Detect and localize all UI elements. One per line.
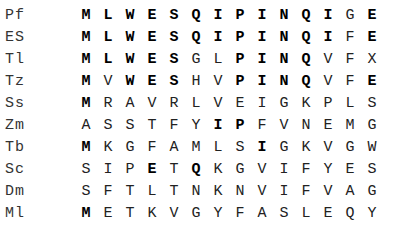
letter-cell: S (163, 48, 185, 70)
letter-cell: G (339, 136, 361, 158)
letter-cell: M (75, 70, 97, 92)
letter-cell: V (251, 180, 273, 202)
letter-cell: W (119, 48, 141, 70)
letter-cell: R (163, 92, 185, 114)
letter-cell: S (97, 114, 119, 136)
letter-cell: Q (339, 202, 361, 224)
letter-cell: F (295, 158, 317, 180)
letter-cell: K (97, 136, 119, 158)
letter-cell: S (163, 4, 185, 26)
letter-cell: K (295, 136, 317, 158)
letter-cell: I (251, 26, 273, 48)
row-label-Tz: Tz (5, 70, 75, 92)
letter-cell: A (119, 92, 141, 114)
letter-cell: W (361, 136, 383, 158)
letter-cell: R (97, 92, 119, 114)
letter-cell: L (207, 136, 229, 158)
letter-cell: T (163, 158, 185, 180)
letter-cell: L (207, 48, 229, 70)
letter-cell: L (97, 4, 119, 26)
letter-cell: I (273, 158, 295, 180)
letter-cell: A (339, 180, 361, 202)
letter-cell: S (163, 26, 185, 48)
letter-cell: E (141, 70, 163, 92)
letter-cell: G (185, 48, 207, 70)
letter-cell: V (97, 70, 119, 92)
letter-cell: N (295, 114, 317, 136)
letter-cell: Q (295, 48, 317, 70)
letter-cell: A (251, 202, 273, 224)
letter-cell: G (273, 92, 295, 114)
letter-cell: S (163, 70, 185, 92)
alignment-grid: PfMLWESQIPINQIGEESMLWESQIPINQIFETlMLWESG… (5, 4, 400, 224)
letter-cell: L (97, 48, 119, 70)
letter-cell: E (361, 26, 383, 48)
letter-cell: I (273, 180, 295, 202)
letter-cell: M (75, 202, 97, 224)
letter-cell: L (295, 202, 317, 224)
letter-cell: W (119, 26, 141, 48)
letter-cell: V (273, 114, 295, 136)
letter-cell: L (185, 92, 207, 114)
letter-cell: X (361, 48, 383, 70)
letter-cell: G (361, 180, 383, 202)
letter-cell: V (317, 136, 339, 158)
letter-cell: N (185, 180, 207, 202)
letter-cell: I (251, 92, 273, 114)
row-label-Zm: Zm (5, 114, 75, 136)
letter-cell: I (251, 48, 273, 70)
sequence-alignment-figure: PfMLWESQIPINQIGEESMLWESQIPINQIFETlMLWESG… (0, 0, 400, 242)
letter-cell: N (273, 48, 295, 70)
letter-cell: L (97, 26, 119, 48)
letter-cell: S (361, 158, 383, 180)
letter-cell: G (361, 114, 383, 136)
letter-cell: M (75, 92, 97, 114)
letter-cell: F (141, 136, 163, 158)
letter-cell: W (119, 70, 141, 92)
letter-cell: M (75, 136, 97, 158)
letter-cell: I (251, 70, 273, 92)
row-label-Ml: Ml (5, 202, 75, 224)
letter-cell: I (251, 4, 273, 26)
letter-cell: M (75, 26, 97, 48)
letter-cell: Y (185, 114, 207, 136)
letter-cell: F (339, 26, 361, 48)
letter-cell: M (75, 4, 97, 26)
row-label-Sc: Sc (5, 158, 75, 180)
letter-cell: Q (295, 70, 317, 92)
letter-cell: I (251, 136, 273, 158)
letter-cell: Y (361, 202, 383, 224)
letter-cell: V (317, 70, 339, 92)
letter-cell: N (229, 180, 251, 202)
letter-cell: E (361, 4, 383, 26)
letter-cell: N (273, 4, 295, 26)
letter-cell: F (251, 114, 273, 136)
letter-cell: P (229, 70, 251, 92)
letter-cell: I (317, 26, 339, 48)
letter-cell: G (339, 4, 361, 26)
letter-cell: W (119, 4, 141, 26)
letter-cell: T (119, 202, 141, 224)
letter-cell: N (273, 70, 295, 92)
row-label-Pf: Pf (5, 4, 75, 26)
letter-cell: V (141, 92, 163, 114)
letter-cell: S (361, 92, 383, 114)
letter-cell: L (141, 180, 163, 202)
row-label-ES: ES (5, 26, 75, 48)
letter-cell: F (339, 70, 361, 92)
letter-cell: V (251, 158, 273, 180)
letter-cell: T (119, 180, 141, 202)
letter-cell: P (229, 26, 251, 48)
letter-cell: S (273, 202, 295, 224)
letter-cell: I (207, 114, 229, 136)
letter-cell: E (317, 114, 339, 136)
letter-cell: S (229, 136, 251, 158)
letter-cell: I (97, 158, 119, 180)
letter-cell: E (141, 26, 163, 48)
letter-cell: K (141, 202, 163, 224)
letter-cell: K (295, 92, 317, 114)
letter-cell: P (119, 158, 141, 180)
letter-cell: Y (317, 158, 339, 180)
letter-cell: E (317, 202, 339, 224)
letter-cell: V (207, 92, 229, 114)
letter-cell: I (207, 26, 229, 48)
letter-cell: G (119, 136, 141, 158)
row-label-Tl: Tl (5, 48, 75, 70)
letter-cell: E (229, 92, 251, 114)
letter-cell: G (273, 136, 295, 158)
letter-cell: M (339, 114, 361, 136)
letter-cell: T (141, 114, 163, 136)
letter-cell: F (295, 180, 317, 202)
letter-cell: S (75, 180, 97, 202)
letter-cell: P (229, 48, 251, 70)
letter-cell: Q (185, 26, 207, 48)
letter-cell: V (163, 202, 185, 224)
letter-cell: E (141, 4, 163, 26)
letter-cell: V (207, 70, 229, 92)
letter-cell: F (163, 114, 185, 136)
letter-cell: L (339, 92, 361, 114)
letter-cell: H (185, 70, 207, 92)
letter-cell: N (273, 26, 295, 48)
letter-cell: I (207, 4, 229, 26)
letter-cell: Q (295, 26, 317, 48)
letter-cell: Y (207, 202, 229, 224)
row-label-Tb: Tb (5, 136, 75, 158)
letter-cell: Q (295, 4, 317, 26)
letter-cell: Q (185, 158, 207, 180)
letter-cell: V (317, 48, 339, 70)
letter-cell: P (229, 4, 251, 26)
letter-cell: A (163, 136, 185, 158)
letter-cell: M (185, 136, 207, 158)
letter-cell: P (317, 92, 339, 114)
letter-cell: S (75, 158, 97, 180)
letter-cell: F (229, 202, 251, 224)
letter-cell: F (97, 180, 119, 202)
letter-cell: P (229, 114, 251, 136)
row-label-Dm: Dm (5, 180, 75, 202)
letter-cell: M (75, 48, 97, 70)
letter-cell: G (185, 202, 207, 224)
letter-cell: I (317, 4, 339, 26)
letter-cell: T (163, 180, 185, 202)
letter-cell: V (317, 180, 339, 202)
letter-cell: A (75, 114, 97, 136)
letter-cell: K (207, 180, 229, 202)
letter-cell: E (339, 158, 361, 180)
letter-cell: E (97, 202, 119, 224)
letter-cell: E (141, 158, 163, 180)
letter-cell: F (339, 48, 361, 70)
letter-cell: S (119, 114, 141, 136)
letter-cell: Q (185, 4, 207, 26)
row-label-Ss: Ss (5, 92, 75, 114)
letter-cell: E (141, 48, 163, 70)
letter-cell: E (361, 70, 383, 92)
letter-cell: K (207, 158, 229, 180)
letter-cell: G (229, 158, 251, 180)
